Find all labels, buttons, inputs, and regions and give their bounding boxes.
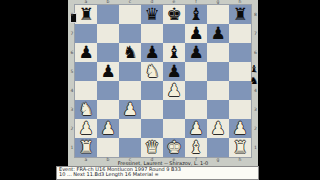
piece-white-knight: ♞ bbox=[141, 62, 163, 81]
piece-black-pawn: ♟ bbox=[185, 43, 207, 62]
piece-white-knight: ♞ bbox=[75, 100, 97, 119]
piece-white-rook: ♜ bbox=[75, 138, 97, 157]
square-e3[interactable] bbox=[163, 100, 185, 119]
piece-black-pawn: ♟ bbox=[75, 43, 97, 62]
square-e5[interactable]: ♟ bbox=[163, 62, 185, 81]
rank-label-right-2: 2 bbox=[253, 119, 259, 138]
file-label-top-c: c bbox=[119, 0, 141, 5]
square-h3[interactable] bbox=[229, 100, 251, 119]
rank-label-right-4: 4 bbox=[253, 81, 259, 100]
rank-label-right-1: 1 bbox=[253, 138, 259, 157]
file-label-top-a: a bbox=[75, 0, 97, 5]
piece-white-rook: ♜ bbox=[229, 138, 251, 157]
square-c7[interactable] bbox=[119, 24, 141, 43]
square-b6[interactable] bbox=[97, 43, 119, 62]
file-label-bottom-h: h bbox=[229, 158, 251, 163]
square-b5[interactable]: ♟ bbox=[97, 62, 119, 81]
square-e4[interactable]: ♟ bbox=[163, 81, 185, 100]
square-f2[interactable]: ♟ bbox=[185, 119, 207, 138]
square-g5[interactable] bbox=[207, 62, 229, 81]
square-a3[interactable]: ♞ bbox=[75, 100, 97, 119]
square-b4[interactable] bbox=[97, 81, 119, 100]
file-label-bottom-a: a bbox=[75, 158, 97, 163]
square-f6[interactable]: ♟ bbox=[185, 43, 207, 62]
file-label-top-d: d bbox=[141, 0, 163, 5]
status-line: 10 ... Next 11.Bd3 Length 16 Material = bbox=[57, 172, 258, 178]
square-f7[interactable]: ♟ bbox=[185, 24, 207, 43]
square-c5[interactable] bbox=[119, 62, 141, 81]
piece-white-queen: ♛ bbox=[141, 138, 163, 157]
file-label-top-b: b bbox=[97, 0, 119, 5]
rank-label-left-6: 6 bbox=[69, 43, 75, 62]
rank-label-left-3: 3 bbox=[69, 100, 75, 119]
piece-black-pawn: ♟ bbox=[97, 62, 119, 81]
square-c2[interactable] bbox=[119, 119, 141, 138]
square-d3[interactable] bbox=[141, 100, 163, 119]
square-f8[interactable]: ♝ bbox=[185, 5, 207, 24]
square-g7[interactable]: ♟ bbox=[207, 24, 229, 43]
square-h4[interactable] bbox=[229, 81, 251, 100]
square-d2[interactable] bbox=[141, 119, 163, 138]
square-f1[interactable]: ♝ bbox=[185, 138, 207, 157]
rank-label-left-2: 2 bbox=[69, 119, 75, 138]
square-e8[interactable]: ♚ bbox=[163, 5, 185, 24]
chess-board: ♜♛♚♝♜♟♟♟♞♟♝♟♟♞♟♟♞♟♟♟♟♟♟♜♛♚♝♜ bbox=[75, 5, 251, 157]
file-label-bottom-c: c bbox=[119, 158, 141, 163]
piece-white-bishop: ♝ bbox=[185, 138, 207, 157]
square-h5[interactable] bbox=[229, 62, 251, 81]
piece-white-pawn: ♟ bbox=[207, 119, 229, 138]
piece-black-pawn: ♟ bbox=[207, 24, 229, 43]
square-h7[interactable] bbox=[229, 24, 251, 43]
piece-black-rook: ♜ bbox=[229, 5, 251, 24]
square-b2[interactable]: ♟ bbox=[97, 119, 119, 138]
rank-label-right-7: 7 bbox=[253, 24, 259, 43]
file-label-bottom-d: d bbox=[141, 158, 163, 163]
square-d1[interactable]: ♛ bbox=[141, 138, 163, 157]
rank-label-left-8: 8 bbox=[69, 5, 75, 24]
square-h6[interactable] bbox=[229, 43, 251, 62]
file-label-top-g: g bbox=[207, 0, 229, 5]
piece-black-knight: ♞ bbox=[119, 43, 141, 62]
square-a1[interactable]: ♜ bbox=[75, 138, 97, 157]
square-a8[interactable]: ♜ bbox=[75, 5, 97, 24]
piece-white-pawn: ♟ bbox=[119, 100, 141, 119]
game-info-box: Event: FRA-ch U16 Montlucon 1997 Round 9… bbox=[56, 166, 259, 180]
square-d8[interactable]: ♛ bbox=[141, 5, 163, 24]
square-h2[interactable]: ♟ bbox=[229, 119, 251, 138]
square-c3[interactable]: ♟ bbox=[119, 100, 141, 119]
file-label-bottom-g: g bbox=[207, 158, 229, 163]
piece-black-bishop: ♝ bbox=[185, 5, 207, 24]
piece-black-king: ♚ bbox=[163, 5, 185, 24]
square-c8[interactable] bbox=[119, 5, 141, 24]
square-e6[interactable]: ♝ bbox=[163, 43, 185, 62]
square-g3[interactable] bbox=[207, 100, 229, 119]
file-label-top-h: h bbox=[229, 0, 251, 5]
square-b1[interactable] bbox=[97, 138, 119, 157]
file-label-top-f: f bbox=[185, 0, 207, 5]
square-d6[interactable]: ♟ bbox=[141, 43, 163, 62]
square-f5[interactable] bbox=[185, 62, 207, 81]
piece-white-king: ♚ bbox=[163, 138, 185, 157]
square-c4[interactable] bbox=[119, 81, 141, 100]
square-c6[interactable]: ♞ bbox=[119, 43, 141, 62]
square-g8[interactable] bbox=[207, 5, 229, 24]
square-e2[interactable] bbox=[163, 119, 185, 138]
square-f3[interactable] bbox=[185, 100, 207, 119]
piece-white-pawn: ♟ bbox=[229, 119, 251, 138]
file-label-bottom-f: f bbox=[185, 158, 207, 163]
square-b3[interactable] bbox=[97, 100, 119, 119]
square-g2[interactable]: ♟ bbox=[207, 119, 229, 138]
piece-black-pawn: ♟ bbox=[141, 43, 163, 62]
rank-label-right-5: 5 bbox=[253, 62, 259, 81]
rank-label-left-4: 4 bbox=[69, 81, 75, 100]
square-d7[interactable] bbox=[141, 24, 163, 43]
square-a6[interactable]: ♟ bbox=[75, 43, 97, 62]
piece-black-bishop: ♝ bbox=[163, 43, 185, 62]
piece-black-pawn: ♟ bbox=[185, 24, 207, 43]
piece-black-queen: ♛ bbox=[141, 5, 163, 24]
square-g4[interactable] bbox=[207, 81, 229, 100]
piece-white-pawn: ♟ bbox=[97, 119, 119, 138]
square-c1[interactable] bbox=[119, 138, 141, 157]
piece-white-pawn: ♟ bbox=[185, 119, 207, 138]
piece-white-pawn: ♟ bbox=[75, 119, 97, 138]
rank-label-right-8: 8 bbox=[253, 5, 259, 24]
piece-black-pawn: ♟ bbox=[163, 62, 185, 81]
file-label-top-e: e bbox=[163, 0, 185, 5]
file-label-bottom-e: e bbox=[163, 158, 185, 163]
square-d4[interactable] bbox=[141, 81, 163, 100]
rank-label-left-7: 7 bbox=[69, 24, 75, 43]
square-e7[interactable] bbox=[163, 24, 185, 43]
square-a5[interactable] bbox=[75, 62, 97, 81]
piece-white-pawn: ♟ bbox=[163, 81, 185, 100]
square-a7[interactable] bbox=[75, 24, 97, 43]
square-e1[interactable]: ♚ bbox=[163, 138, 185, 157]
square-f4[interactable] bbox=[185, 81, 207, 100]
square-h1[interactable]: ♜ bbox=[229, 138, 251, 157]
square-g1[interactable] bbox=[207, 138, 229, 157]
square-b7[interactable] bbox=[97, 24, 119, 43]
square-g6[interactable] bbox=[207, 43, 229, 62]
rank-label-right-3: 3 bbox=[253, 100, 259, 119]
square-b8[interactable] bbox=[97, 5, 119, 24]
square-a4[interactable] bbox=[75, 81, 97, 100]
rank-label-left-1: 1 bbox=[69, 138, 75, 157]
rank-label-left-5: 5 bbox=[69, 62, 75, 81]
square-d5[interactable]: ♞ bbox=[141, 62, 163, 81]
file-label-bottom-b: b bbox=[97, 158, 119, 163]
square-h8[interactable]: ♜ bbox=[229, 5, 251, 24]
rank-label-right-6: 6 bbox=[253, 43, 259, 62]
piece-black-rook: ♜ bbox=[75, 5, 97, 24]
square-a2[interactable]: ♟ bbox=[75, 119, 97, 138]
